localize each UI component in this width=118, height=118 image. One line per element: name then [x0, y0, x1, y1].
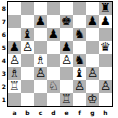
square-e3[interactable] — [60, 67, 73, 80]
white-pawn-icon: ♙ — [35, 67, 46, 80]
white-knight-icon: ♘ — [48, 80, 59, 93]
file-label-e: e — [60, 108, 73, 117]
square-b2[interactable] — [21, 80, 34, 93]
square-h3[interactable] — [99, 67, 112, 80]
white-pawn-icon: ♙ — [74, 80, 85, 93]
square-g1[interactable]: ♔ — [86, 93, 99, 106]
chess-board: ♜♟♚♟♟♝♟♞♟♙♟♛♙♗♙♞♗♙♝♙♖♘♙♙♖♔ — [7, 1, 113, 107]
rank-label-4: 4 — [0, 54, 6, 67]
file-label-d: d — [47, 108, 60, 117]
square-f7[interactable] — [73, 15, 86, 28]
white-pawn-icon: ♙ — [22, 41, 33, 54]
square-d7[interactable] — [47, 15, 60, 28]
file-label-h: h — [99, 108, 112, 117]
square-g4[interactable] — [86, 54, 99, 67]
rank-label-3: 3 — [0, 67, 6, 80]
white-bishop-icon: ♗ — [35, 54, 46, 67]
square-c8[interactable] — [34, 2, 47, 15]
square-e7[interactable]: ♚ — [60, 15, 73, 28]
black-pawn-icon: ♟ — [100, 15, 111, 28]
square-b3[interactable] — [21, 67, 34, 80]
square-c5[interactable] — [34, 41, 47, 54]
file-label-b: b — [21, 108, 34, 117]
white-pawn-icon: ♙ — [100, 80, 111, 93]
file-label-a: a — [8, 108, 21, 117]
square-e4[interactable]: ♙ — [60, 54, 73, 67]
file-label-g: g — [86, 108, 99, 117]
white-pawn-icon: ♙ — [61, 54, 72, 67]
square-a7[interactable] — [8, 15, 21, 28]
square-a6[interactable] — [8, 28, 21, 41]
chess-diagram: 87654321 ♜♟♚♟♟♝♟♞♟♙♟♛♙♗♙♞♗♙♝♙♖♘♙♙♖♔ abcd… — [0, 0, 118, 118]
square-a4[interactable]: ♙ — [8, 54, 21, 67]
square-c4[interactable]: ♗ — [34, 54, 47, 67]
white-bishop-icon: ♗ — [9, 67, 20, 80]
black-pawn-icon: ♟ — [61, 41, 72, 54]
square-c2[interactable] — [34, 80, 47, 93]
black-bishop-icon: ♝ — [74, 67, 85, 80]
square-c3[interactable]: ♙ — [34, 67, 47, 80]
square-f2[interactable]: ♙ — [73, 80, 86, 93]
white-rook-icon: ♖ — [9, 80, 20, 93]
square-h6[interactable] — [99, 28, 112, 41]
square-e8[interactable] — [60, 2, 73, 15]
rank-labels: 87654321 — [0, 2, 6, 106]
square-b1[interactable] — [21, 93, 34, 106]
black-pawn-icon: ♟ — [48, 28, 59, 41]
square-g7[interactable]: ♟ — [86, 15, 99, 28]
square-a8[interactable] — [8, 2, 21, 15]
black-bishop-icon: ♝ — [22, 28, 33, 41]
square-h1[interactable] — [99, 93, 112, 106]
square-g5[interactable] — [86, 41, 99, 54]
square-c6[interactable] — [34, 28, 47, 41]
square-h8[interactable]: ♜ — [99, 2, 112, 15]
rank-label-6: 6 — [0, 28, 6, 41]
square-f6[interactable]: ♞ — [73, 28, 86, 41]
square-b8[interactable] — [21, 2, 34, 15]
square-g8[interactable] — [86, 2, 99, 15]
square-d2[interactable]: ♘ — [47, 80, 60, 93]
square-h5[interactable]: ♛ — [99, 41, 112, 54]
square-e2[interactable] — [60, 80, 73, 93]
rank-label-7: 7 — [0, 15, 6, 28]
square-f1[interactable] — [73, 93, 86, 106]
black-pawn-icon: ♟ — [9, 41, 20, 54]
black-knight-icon: ♞ — [74, 28, 85, 41]
square-b5[interactable]: ♙ — [21, 41, 34, 54]
square-c1[interactable] — [34, 93, 47, 106]
file-label-c: c — [34, 108, 47, 117]
square-e5[interactable]: ♟ — [60, 41, 73, 54]
square-h7[interactable]: ♟ — [99, 15, 112, 28]
black-king-icon: ♚ — [61, 15, 72, 28]
square-d1[interactable] — [47, 93, 60, 106]
rank-label-1: 1 — [0, 93, 6, 106]
square-d3[interactable] — [47, 67, 60, 80]
square-e1[interactable]: ♖ — [60, 93, 73, 106]
square-h4[interactable] — [99, 54, 112, 67]
square-a2[interactable]: ♖ — [8, 80, 21, 93]
rank-label-8: 8 — [0, 2, 6, 15]
square-f8[interactable] — [73, 2, 86, 15]
black-pawn-icon: ♟ — [87, 15, 98, 28]
square-g3[interactable]: ♙ — [86, 67, 99, 80]
black-pawn-icon: ♟ — [35, 15, 46, 28]
square-b6[interactable]: ♝ — [21, 28, 34, 41]
square-c7[interactable]: ♟ — [34, 15, 47, 28]
square-e6[interactable] — [60, 28, 73, 41]
square-a3[interactable]: ♗ — [8, 67, 21, 80]
square-f4[interactable]: ♞ — [73, 54, 86, 67]
square-d4[interactable] — [47, 54, 60, 67]
square-b7[interactable] — [21, 15, 34, 28]
square-g2[interactable] — [86, 80, 99, 93]
black-knight-icon: ♞ — [74, 54, 85, 67]
square-g6[interactable] — [86, 28, 99, 41]
square-h2[interactable]: ♙ — [99, 80, 112, 93]
file-label-f: f — [73, 108, 86, 117]
white-king-icon: ♔ — [87, 93, 98, 106]
white-pawn-icon: ♙ — [87, 67, 98, 80]
white-pawn-icon: ♙ — [9, 54, 20, 67]
file-labels: abcdefgh — [8, 108, 112, 117]
black-rook-icon: ♜ — [100, 2, 111, 15]
rank-label-2: 2 — [0, 80, 6, 93]
rank-label-5: 5 — [0, 41, 6, 54]
square-f3[interactable]: ♝ — [73, 67, 86, 80]
square-d5[interactable] — [47, 41, 60, 54]
square-a5[interactable]: ♟ — [8, 41, 21, 54]
square-d8[interactable] — [47, 2, 60, 15]
black-queen-icon: ♛ — [100, 41, 111, 54]
square-f5[interactable] — [73, 41, 86, 54]
white-rook-icon: ♖ — [61, 93, 72, 106]
square-a1[interactable] — [8, 93, 21, 106]
square-b4[interactable] — [21, 54, 34, 67]
square-d6[interactable]: ♟ — [47, 28, 60, 41]
